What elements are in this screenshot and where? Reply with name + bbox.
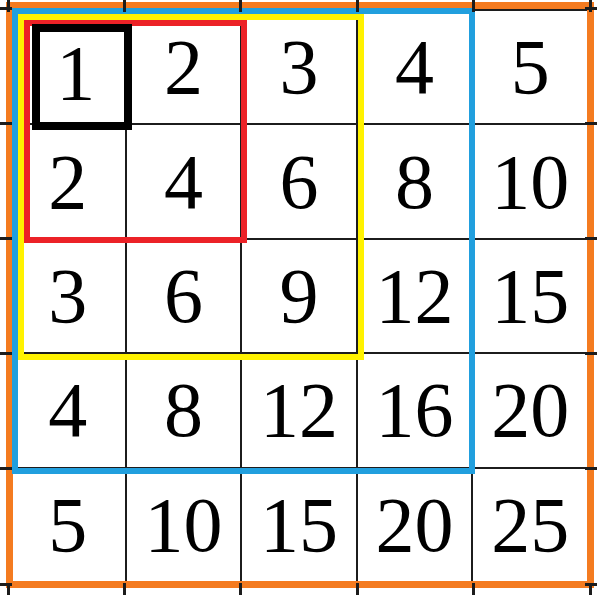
cell-r4c3: 12 [241, 353, 357, 467]
cell-r4c1: 4 [10, 353, 126, 467]
cell-r1c1: 1 [10, 10, 126, 124]
cell-r1c5: 5 [472, 10, 588, 124]
grid-tick [239, 0, 242, 12]
cell-r3c5: 15 [472, 239, 588, 353]
cell-r3c3: 9 [241, 239, 357, 353]
multiplication-grid-diagram: 1 2 3 4 5 2 4 6 8 10 3 6 9 12 15 4 8 12 … [0, 0, 597, 595]
board-grid: 1 2 3 4 5 2 4 6 8 10 3 6 9 12 15 4 8 12 … [8, 8, 590, 584]
cell-r2c5: 10 [472, 124, 588, 238]
grid-tick [585, 467, 597, 470]
grid-tick [123, 583, 126, 595]
grid-tick [472, 583, 475, 595]
cell-r4c4: 16 [357, 353, 473, 467]
grid-tick [239, 583, 242, 595]
cell-r2c2: 4 [126, 124, 242, 238]
grid-tick [0, 237, 12, 240]
grid-tick [585, 7, 597, 10]
grid-tick [585, 122, 597, 125]
cell-r5c3: 15 [241, 468, 357, 582]
grid-tick [356, 0, 359, 12]
cell-r3c1: 3 [10, 239, 126, 353]
cell-r2c3: 6 [241, 124, 357, 238]
cell-r2c1: 2 [10, 124, 126, 238]
cell-r3c4: 12 [357, 239, 473, 353]
cell-r2c4: 8 [357, 124, 473, 238]
grid-tick [585, 237, 597, 240]
grid-tick [585, 583, 597, 586]
cell-r5c2: 10 [126, 468, 242, 582]
cell-r4c5: 20 [472, 353, 588, 467]
grid-tick [0, 7, 12, 10]
cell-r5c4: 20 [357, 468, 473, 582]
grid-tick [0, 467, 12, 470]
cell-r1c3: 3 [241, 10, 357, 124]
cell-r3c2: 6 [126, 239, 242, 353]
cell-r4c2: 8 [126, 353, 242, 467]
grid-tick [0, 122, 12, 125]
grid-tick [123, 0, 126, 12]
cell-r1c4: 4 [357, 10, 473, 124]
grid-tick [0, 352, 12, 355]
grid-tick [356, 583, 359, 595]
cell-r5c5: 25 [472, 468, 588, 582]
cell-r5c1: 5 [10, 468, 126, 582]
grid-tick [585, 352, 597, 355]
grid-tick [0, 583, 12, 586]
grid-tick [472, 0, 475, 12]
cell-r1c2: 2 [126, 10, 242, 124]
